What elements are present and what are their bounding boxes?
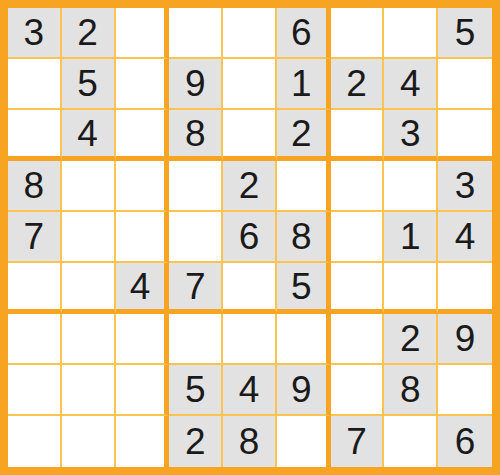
cell-r5c1[interactable]: 7	[8, 212, 62, 263]
cell-r5c6[interactable]: 8	[277, 212, 331, 263]
cell-r8c1[interactable]	[8, 365, 62, 416]
cell-r3c1[interactable]	[8, 110, 62, 161]
cell-r2c7[interactable]: 2	[331, 59, 385, 110]
cell-r9c4[interactable]: 2	[169, 416, 223, 467]
cell-r7c8[interactable]: 2	[384, 314, 438, 365]
cell-r1c9[interactable]: 5	[438, 8, 492, 59]
cell-r6c3[interactable]: 4	[116, 263, 170, 314]
cell-r6c1[interactable]	[8, 263, 62, 314]
cell-r1c6[interactable]: 6	[277, 8, 331, 59]
cell-r6c8[interactable]	[384, 263, 438, 314]
cell-r8c5[interactable]: 4	[223, 365, 277, 416]
cell-r1c1[interactable]: 3	[8, 8, 62, 59]
cell-r7c6[interactable]	[277, 314, 331, 365]
cell-r2c6[interactable]: 1	[277, 59, 331, 110]
cell-r8c6[interactable]: 9	[277, 365, 331, 416]
cell-r3c8[interactable]: 3	[384, 110, 438, 161]
cell-r6c7[interactable]	[331, 263, 385, 314]
cell-r3c5[interactable]	[223, 110, 277, 161]
cell-r7c5[interactable]	[223, 314, 277, 365]
cell-r5c2[interactable]	[62, 212, 116, 263]
cell-r5c8[interactable]: 1	[384, 212, 438, 263]
cell-r4c8[interactable]	[384, 161, 438, 212]
cell-r3c9[interactable]	[438, 110, 492, 161]
cell-r1c4[interactable]	[169, 8, 223, 59]
cell-r8c4[interactable]: 5	[169, 365, 223, 416]
cell-r4c4[interactable]	[169, 161, 223, 212]
cell-r4c7[interactable]	[331, 161, 385, 212]
cell-r3c4[interactable]: 8	[169, 110, 223, 161]
cell-r8c9[interactable]	[438, 365, 492, 416]
cell-r1c8[interactable]	[384, 8, 438, 59]
cell-r1c2[interactable]: 2	[62, 8, 116, 59]
cell-r1c7[interactable]	[331, 8, 385, 59]
cell-r3c7[interactable]	[331, 110, 385, 161]
cell-r9c5[interactable]: 8	[223, 416, 277, 467]
cell-r8c7[interactable]	[331, 365, 385, 416]
cell-r4c6[interactable]	[277, 161, 331, 212]
cell-r2c2[interactable]: 5	[62, 59, 116, 110]
cell-r4c1[interactable]: 8	[8, 161, 62, 212]
cell-r7c9[interactable]: 9	[438, 314, 492, 365]
cell-r6c2[interactable]	[62, 263, 116, 314]
cell-r8c2[interactable]	[62, 365, 116, 416]
cell-r2c4[interactable]: 9	[169, 59, 223, 110]
cell-r3c3[interactable]	[116, 110, 170, 161]
cell-r4c2[interactable]	[62, 161, 116, 212]
cell-r9c6[interactable]	[277, 416, 331, 467]
cell-r5c3[interactable]	[116, 212, 170, 263]
cell-r1c5[interactable]	[223, 8, 277, 59]
cell-r9c1[interactable]	[8, 416, 62, 467]
cell-r2c1[interactable]	[8, 59, 62, 110]
cell-r6c6[interactable]: 5	[277, 263, 331, 314]
cell-r1c3[interactable]	[116, 8, 170, 59]
cell-r2c8[interactable]: 4	[384, 59, 438, 110]
cell-r5c7[interactable]	[331, 212, 385, 263]
cell-r7c3[interactable]	[116, 314, 170, 365]
cell-r9c2[interactable]	[62, 416, 116, 467]
cell-r9c3[interactable]	[116, 416, 170, 467]
cell-r4c9[interactable]: 3	[438, 161, 492, 212]
cell-r2c9[interactable]	[438, 59, 492, 110]
cell-r7c7[interactable]	[331, 314, 385, 365]
cell-r6c5[interactable]	[223, 263, 277, 314]
cell-r4c5[interactable]: 2	[223, 161, 277, 212]
cell-r6c4[interactable]: 7	[169, 263, 223, 314]
cell-r8c3[interactable]	[116, 365, 170, 416]
cell-r9c9[interactable]: 6	[438, 416, 492, 467]
cell-r2c5[interactable]	[223, 59, 277, 110]
cell-r7c1[interactable]	[8, 314, 62, 365]
cell-r2c3[interactable]	[116, 59, 170, 110]
cell-r6c9[interactable]	[438, 263, 492, 314]
cell-r7c2[interactable]	[62, 314, 116, 365]
cell-r9c8[interactable]	[384, 416, 438, 467]
sudoku-board: 3265591244823823768144752954982876	[0, 0, 500, 475]
cell-r3c6[interactable]: 2	[277, 110, 331, 161]
cell-r3c2[interactable]: 4	[62, 110, 116, 161]
cell-r8c8[interactable]: 8	[384, 365, 438, 416]
cell-r9c7[interactable]: 7	[331, 416, 385, 467]
cell-r4c3[interactable]	[116, 161, 170, 212]
cell-r7c4[interactable]	[169, 314, 223, 365]
cell-r5c4[interactable]	[169, 212, 223, 263]
cell-r5c5[interactable]: 6	[223, 212, 277, 263]
cell-r5c9[interactable]: 4	[438, 212, 492, 263]
